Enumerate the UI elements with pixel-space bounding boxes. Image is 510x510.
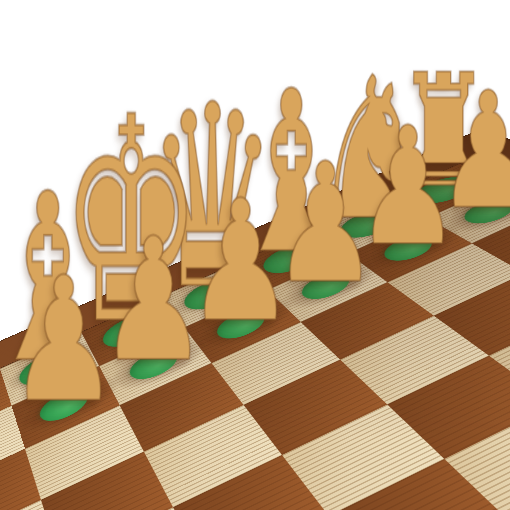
chess-photo-scene: ♟♟♟♟♟♟♜♞♝♛♚♝	[0, 0, 510, 510]
chess-board: ♟♟♟♟♟♟♜♞♝♛♚♝	[0, 129, 510, 510]
board-grid: ♟♟♟♟♟♟♜♞♝♛♚♝	[0, 164, 510, 510]
square-f4[interactable]	[41, 452, 173, 510]
